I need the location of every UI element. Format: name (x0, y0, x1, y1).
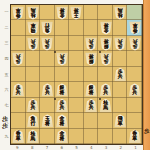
board-cell[interactable]: 角行 (26, 113, 41, 128)
board-cell[interactable]: 飛車 (113, 113, 128, 128)
board-cell[interactable] (69, 113, 84, 128)
shogi-piece-歩兵[interactable]: 歩兵 (85, 99, 97, 112)
board-cell[interactable] (40, 67, 55, 82)
shogi-piece-歩兵[interactable]: 歩兵 (129, 37, 141, 50)
board-cell[interactable]: 銀将 (98, 36, 113, 51)
star-point (99, 51, 101, 53)
board-cell[interactable] (113, 20, 128, 35)
board-cell[interactable] (40, 129, 55, 144)
shogi-piece-金将[interactable]: 金将 (56, 6, 68, 19)
board-cell[interactable] (26, 51, 41, 66)
file-label: 9 (10, 146, 25, 150)
shogi-piece-飛車[interactable]: 飛車 (27, 21, 39, 34)
board-cell[interactable]: 歩兵 (11, 51, 26, 66)
shogi-piece-飛車[interactable]: 飛車 (114, 114, 126, 127)
rank-label: 二 (3, 26, 10, 30)
board-cell[interactable]: 桂馬 (98, 98, 113, 113)
sente-hand-tray: 歩 (143, 0, 150, 150)
shogi-piece-桂馬[interactable]: 桂馬 (114, 6, 126, 19)
rank-label: 三 (3, 41, 10, 45)
shogi-piece-歩兵[interactable]: 歩兵 (27, 37, 39, 50)
shogi-piece-歩兵[interactable]: 歩兵 (41, 37, 53, 50)
rank-label: 九 (3, 135, 10, 139)
board-cell[interactable]: 角行 (40, 20, 55, 35)
board-cell[interactable] (113, 51, 128, 66)
board-cell[interactable]: 歩兵 (84, 36, 99, 51)
hand-piece-pawn-icon[interactable]: 歩 (144, 128, 150, 134)
board-cell[interactable] (55, 67, 70, 82)
shogi-piece-角行[interactable]: 角行 (41, 21, 53, 34)
shogi-piece-王将[interactable]: 王将 (70, 6, 82, 19)
board-cell[interactable] (98, 129, 113, 144)
shogi-piece-歩兵[interactable]: 歩兵 (56, 52, 68, 65)
shogi-piece-歩兵[interactable]: 歩兵 (12, 83, 24, 96)
board-cell[interactable]: 王将 (69, 5, 84, 20)
shogi-piece-歩兵[interactable]: 歩兵 (114, 37, 126, 50)
board-cell[interactable] (55, 20, 70, 35)
board-cell[interactable] (84, 5, 99, 20)
board-cell[interactable]: 歩兵 (55, 98, 70, 113)
board-cell[interactable]: 金将 (55, 113, 70, 128)
board-cell[interactable]: 桂馬 (113, 5, 128, 20)
board-cell[interactable] (84, 67, 99, 82)
shogi-piece-歩兵[interactable]: 歩兵 (12, 52, 24, 65)
shogi-piece-角行[interactable]: 角行 (27, 114, 39, 127)
shogi-piece-銀将[interactable]: 銀将 (85, 52, 97, 65)
board-cell[interactable] (40, 5, 55, 20)
shogi-piece-桂馬[interactable]: 桂馬 (27, 6, 39, 19)
board-cell[interactable] (127, 67, 142, 82)
board-cell[interactable]: 玉将 (40, 113, 55, 128)
board-cell[interactable] (11, 113, 26, 128)
board-cell[interactable] (98, 5, 113, 20)
rank-label: 七 (3, 104, 10, 108)
shogi-piece-桂馬[interactable]: 桂馬 (27, 130, 39, 143)
board-cell[interactable] (127, 98, 142, 113)
board-cell[interactable]: 桂馬 (26, 129, 41, 144)
file-label: 5 (69, 146, 84, 150)
board-cell[interactable]: 飛車 (26, 20, 41, 35)
file-label: 8 (25, 146, 40, 150)
shogi-piece-歩兵[interactable]: 歩兵 (56, 99, 68, 112)
board-cell[interactable]: 銀将 (84, 82, 99, 97)
shogi-piece-銀将[interactable]: 銀将 (85, 83, 97, 96)
file-label: 1 (128, 146, 143, 150)
board-cell[interactable] (84, 129, 99, 144)
board-cell[interactable] (84, 20, 99, 35)
board-cell[interactable] (113, 98, 128, 113)
board-cell[interactable] (98, 113, 113, 128)
file-label: 2 (113, 146, 128, 150)
board-cell[interactable] (69, 36, 84, 51)
file-label: 3 (99, 146, 114, 150)
board-cell[interactable] (69, 20, 84, 35)
board-cell[interactable] (11, 36, 26, 51)
board-cell[interactable]: 歩兵 (55, 51, 70, 66)
rank-label: 四 (3, 57, 10, 61)
board-cell[interactable]: 歩兵 (113, 67, 128, 82)
rank-label: 六 (3, 88, 10, 92)
board-cell[interactable] (127, 51, 142, 66)
shogi-piece-銀将[interactable]: 銀将 (100, 37, 112, 50)
shogi-piece-桂馬[interactable]: 桂馬 (100, 99, 112, 112)
board-cell[interactable]: 銀将 (84, 51, 99, 66)
board-cell[interactable] (26, 67, 41, 82)
board-cell[interactable] (69, 98, 84, 113)
shogi-piece-香車[interactable]: 香車 (12, 130, 24, 143)
gote-hand-tray: 歩 歩 (0, 116, 10, 129)
board-cell[interactable] (11, 98, 26, 113)
shogi-piece-香車[interactable]: 香車 (129, 21, 141, 34)
board-cell[interactable] (40, 98, 55, 113)
board-cell[interactable]: 歩兵 (40, 82, 55, 97)
rank-label: 五 (3, 73, 10, 77)
board-cell[interactable]: 銀将 (55, 82, 70, 97)
board-cell[interactable]: 歩兵 (11, 82, 26, 97)
shogi-piece-金将[interactable]: 金将 (56, 114, 68, 127)
shogi-piece-香車[interactable]: 香車 (12, 6, 24, 19)
board-cell[interactable]: 香車 (11, 129, 26, 144)
board-cell[interactable]: 金将 (98, 20, 113, 35)
board-cell[interactable]: 金将 (55, 129, 70, 144)
board-cell[interactable] (127, 5, 142, 20)
board-cell[interactable]: 歩兵 (98, 51, 113, 66)
hand-piece-pawn-icon[interactable]: 歩 (2, 123, 8, 129)
star-point (99, 98, 101, 100)
board-cell[interactable] (69, 82, 84, 97)
board-cell[interactable] (11, 20, 26, 35)
board-cell[interactable]: 歩兵 (26, 36, 41, 51)
board-cell[interactable]: 金将 (55, 5, 70, 20)
board-cell[interactable] (40, 51, 55, 66)
board-cell[interactable]: 桂馬 (26, 5, 41, 20)
board-cell[interactable]: 香車 (127, 20, 142, 35)
shogi-app: 香車桂馬金将王将桂馬飛車角行金将香車歩兵歩兵歩兵銀将歩兵歩兵歩兵歩兵銀将歩兵歩兵… (0, 0, 150, 150)
board-cell[interactable] (84, 113, 99, 128)
shogi-piece-歩兵[interactable]: 歩兵 (129, 83, 141, 96)
board-cell[interactable] (55, 36, 70, 51)
board-cell[interactable]: 香車 (127, 129, 142, 144)
file-label: 7 (40, 146, 55, 150)
shogi-piece-金将[interactable]: 金将 (56, 130, 68, 143)
board-cell[interactable]: 歩兵 (127, 82, 142, 97)
file-label: 6 (54, 146, 69, 150)
rank-label: 一 (3, 10, 10, 14)
board-cell[interactable] (98, 67, 113, 82)
board-cell[interactable] (26, 82, 41, 97)
shogi-piece-金将[interactable]: 金将 (100, 21, 112, 34)
shogi-piece-歩兵[interactable]: 歩兵 (100, 83, 112, 96)
shogi-board: 香車桂馬金将王将桂馬飛車角行金将香車歩兵歩兵歩兵銀将歩兵歩兵歩兵歩兵銀将歩兵歩兵… (10, 4, 143, 145)
file-label: 4 (84, 146, 99, 150)
shogi-piece-歩兵[interactable]: 歩兵 (85, 37, 97, 50)
star-point (54, 51, 56, 53)
shogi-piece-玉将[interactable]: 玉将 (41, 114, 53, 127)
board-cell[interactable] (113, 129, 128, 144)
board-cell[interactable]: 香車 (11, 5, 26, 20)
board-cell[interactable]: 歩兵 (26, 98, 41, 113)
shogi-piece-歩兵[interactable]: 歩兵 (114, 68, 126, 81)
board-cell[interactable] (69, 67, 84, 82)
board-cell[interactable]: 歩兵 (127, 36, 142, 51)
board-cell[interactable]: 歩兵 (98, 82, 113, 97)
board-cell[interactable]: 歩兵 (40, 36, 55, 51)
shogi-piece-香車[interactable]: 香車 (129, 130, 141, 143)
board-cell[interactable] (69, 51, 84, 66)
shogi-piece-歩兵[interactable]: 歩兵 (41, 83, 53, 96)
shogi-piece-歩兵[interactable]: 歩兵 (100, 52, 112, 65)
shogi-piece-銀将[interactable]: 銀将 (56, 83, 68, 96)
board-cell[interactable] (11, 67, 26, 82)
star-point (54, 98, 56, 100)
board-cell[interactable] (113, 82, 128, 97)
shogi-piece-歩兵[interactable]: 歩兵 (27, 99, 39, 112)
board-cell[interactable] (127, 113, 142, 128)
board-cell[interactable]: 歩兵 (113, 36, 128, 51)
board-cell[interactable] (69, 129, 84, 144)
board-cell[interactable]: 歩兵 (84, 98, 99, 113)
